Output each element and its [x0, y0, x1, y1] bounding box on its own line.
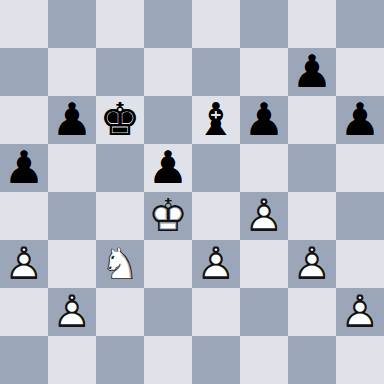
- black-king-glyph-outline: ♚: [96, 96, 144, 144]
- square-e7[interactable]: [192, 48, 240, 96]
- piece-black-king[interactable]: ♚♚: [96, 96, 144, 144]
- piece-white-knight[interactable]: ♞♘: [96, 240, 144, 288]
- square-h6[interactable]: ♟♟: [336, 96, 384, 144]
- square-e1[interactable]: [192, 336, 240, 384]
- square-e4[interactable]: [192, 192, 240, 240]
- square-a5[interactable]: ♟♟: [0, 144, 48, 192]
- square-d1[interactable]: [144, 336, 192, 384]
- square-f1[interactable]: [240, 336, 288, 384]
- black-pawn-glyph-outline: ♟: [144, 144, 192, 192]
- square-g3[interactable]: ♟♙: [288, 240, 336, 288]
- square-a4[interactable]: [0, 192, 48, 240]
- piece-white-pawn[interactable]: ♟♙: [240, 192, 288, 240]
- square-b5[interactable]: [48, 144, 96, 192]
- piece-white-pawn[interactable]: ♟♙: [192, 240, 240, 288]
- square-g4[interactable]: [288, 192, 336, 240]
- square-b6[interactable]: ♟♟: [48, 96, 96, 144]
- square-h3[interactable]: [336, 240, 384, 288]
- square-b1[interactable]: [48, 336, 96, 384]
- square-a7[interactable]: [0, 48, 48, 96]
- square-h1[interactable]: [336, 336, 384, 384]
- piece-black-pawn[interactable]: ♟♟: [144, 144, 192, 192]
- white-knight-glyph-outline: ♘: [96, 240, 144, 288]
- square-e6[interactable]: ♝♝: [192, 96, 240, 144]
- square-a2[interactable]: [0, 288, 48, 336]
- square-d7[interactable]: [144, 48, 192, 96]
- square-b4[interactable]: [48, 192, 96, 240]
- square-h8[interactable]: [336, 0, 384, 48]
- white-pawn-glyph-outline: ♙: [240, 192, 288, 240]
- piece-white-pawn[interactable]: ♟♙: [48, 288, 96, 336]
- square-h4[interactable]: [336, 192, 384, 240]
- square-d4[interactable]: ♚♔: [144, 192, 192, 240]
- piece-white-pawn[interactable]: ♟♙: [0, 240, 48, 288]
- black-bishop-glyph-outline: ♝: [192, 96, 240, 144]
- square-f6[interactable]: ♟♟: [240, 96, 288, 144]
- square-d6[interactable]: [144, 96, 192, 144]
- square-g8[interactable]: [288, 0, 336, 48]
- black-pawn-glyph-outline: ♟: [336, 96, 384, 144]
- piece-white-king[interactable]: ♚♔: [144, 192, 192, 240]
- square-e3[interactable]: ♟♙: [192, 240, 240, 288]
- square-c2[interactable]: [96, 288, 144, 336]
- square-d2[interactable]: [144, 288, 192, 336]
- white-pawn-glyph-outline: ♙: [288, 240, 336, 288]
- square-a6[interactable]: [0, 96, 48, 144]
- square-g7[interactable]: ♟♟: [288, 48, 336, 96]
- white-pawn-glyph-outline: ♙: [0, 240, 48, 288]
- piece-white-pawn[interactable]: ♟♙: [336, 288, 384, 336]
- piece-black-pawn[interactable]: ♟♟: [240, 96, 288, 144]
- square-g2[interactable]: [288, 288, 336, 336]
- white-pawn-glyph-outline: ♙: [48, 288, 96, 336]
- square-f5[interactable]: [240, 144, 288, 192]
- piece-black-pawn[interactable]: ♟♟: [336, 96, 384, 144]
- square-f7[interactable]: [240, 48, 288, 96]
- black-pawn-glyph-outline: ♟: [0, 144, 48, 192]
- square-b8[interactable]: [48, 0, 96, 48]
- square-c4[interactable]: [96, 192, 144, 240]
- white-king-glyph-outline: ♔: [144, 192, 192, 240]
- square-f8[interactable]: [240, 0, 288, 48]
- square-c7[interactable]: [96, 48, 144, 96]
- square-g5[interactable]: [288, 144, 336, 192]
- square-e2[interactable]: [192, 288, 240, 336]
- square-h5[interactable]: [336, 144, 384, 192]
- white-pawn-glyph-outline: ♙: [336, 288, 384, 336]
- square-g6[interactable]: [288, 96, 336, 144]
- black-pawn-glyph-outline: ♟: [288, 48, 336, 96]
- square-d5[interactable]: ♟♟: [144, 144, 192, 192]
- square-c8[interactable]: [96, 0, 144, 48]
- square-b3[interactable]: [48, 240, 96, 288]
- square-e8[interactable]: [192, 0, 240, 48]
- square-b7[interactable]: [48, 48, 96, 96]
- piece-black-pawn[interactable]: ♟♟: [48, 96, 96, 144]
- black-pawn-glyph-outline: ♟: [240, 96, 288, 144]
- square-c3[interactable]: ♞♘: [96, 240, 144, 288]
- square-a3[interactable]: ♟♙: [0, 240, 48, 288]
- square-c1[interactable]: [96, 336, 144, 384]
- square-f3[interactable]: [240, 240, 288, 288]
- square-c6[interactable]: ♚♚: [96, 96, 144, 144]
- square-e5[interactable]: [192, 144, 240, 192]
- piece-white-pawn[interactable]: ♟♙: [288, 240, 336, 288]
- piece-black-pawn[interactable]: ♟♟: [0, 144, 48, 192]
- square-b2[interactable]: ♟♙: [48, 288, 96, 336]
- square-h7[interactable]: [336, 48, 384, 96]
- square-a1[interactable]: [0, 336, 48, 384]
- square-d3[interactable]: [144, 240, 192, 288]
- square-d8[interactable]: [144, 0, 192, 48]
- square-g1[interactable]: [288, 336, 336, 384]
- square-f2[interactable]: [240, 288, 288, 336]
- square-c5[interactable]: [96, 144, 144, 192]
- piece-black-pawn[interactable]: ♟♟: [288, 48, 336, 96]
- white-pawn-glyph-outline: ♙: [192, 240, 240, 288]
- square-a8[interactable]: [0, 0, 48, 48]
- square-h2[interactable]: ♟♙: [336, 288, 384, 336]
- piece-black-bishop[interactable]: ♝♝: [192, 96, 240, 144]
- black-pawn-glyph-outline: ♟: [48, 96, 96, 144]
- square-f4[interactable]: ♟♙: [240, 192, 288, 240]
- chess-board: ♟♟♟♟♚♚♝♝♟♟♟♟♟♟♟♟♚♔♟♙♟♙♞♘♟♙♟♙♟♙♟♙: [0, 0, 384, 384]
